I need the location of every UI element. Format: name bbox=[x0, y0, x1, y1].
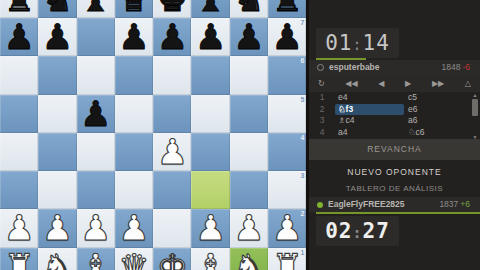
square-a2[interactable]: ♟ bbox=[0, 209, 38, 247]
square-b3[interactable] bbox=[38, 171, 76, 209]
player-time-bar bbox=[316, 212, 480, 214]
black-king: ♚ bbox=[153, 0, 191, 18]
white-pawn: ♟ bbox=[115, 209, 153, 247]
move-white-1[interactable]: e4 bbox=[338, 92, 404, 104]
square-e2[interactable] bbox=[153, 209, 191, 247]
white-pawn: ♟ bbox=[77, 209, 115, 247]
square-e1[interactable]: ♚ bbox=[153, 248, 191, 270]
square-g2[interactable]: ♟ bbox=[230, 209, 268, 247]
square-c4[interactable] bbox=[77, 133, 115, 171]
opponent-player-row[interactable]: esputerbabe 1848-6 bbox=[309, 60, 480, 75]
square-f7[interactable]: ♟ bbox=[191, 18, 229, 56]
first-move-icon[interactable]: ◀◀ bbox=[345, 75, 357, 92]
square-a5[interactable] bbox=[0, 95, 38, 133]
move-white-3[interactable]: ♗c4 bbox=[338, 115, 404, 127]
game-side-panel: 01:14 esputerbabe 1848-6 ↻◀◀◀▶▶▶△ 1e4c52… bbox=[309, 0, 480, 270]
square-c3[interactable] bbox=[77, 171, 115, 209]
move-white-4[interactable]: a4 bbox=[338, 127, 404, 139]
square-b6[interactable] bbox=[38, 56, 76, 94]
player-clock-minutes: 02 bbox=[325, 219, 352, 243]
square-f5[interactable] bbox=[191, 95, 229, 133]
square-g7[interactable]: ♟ bbox=[230, 18, 268, 56]
square-b7[interactable]: ♟ bbox=[38, 18, 76, 56]
square-g1[interactable]: ♞ bbox=[230, 248, 268, 270]
scrollbar-thumb[interactable] bbox=[472, 99, 478, 116]
rank-coordinate-2: 2 bbox=[300, 210, 304, 218]
white-pawn: ♟ bbox=[230, 209, 268, 247]
black-knight: ♞ bbox=[38, 0, 76, 18]
square-c7[interactable] bbox=[77, 18, 115, 56]
black-pawn: ♟ bbox=[77, 95, 115, 133]
square-g6[interactable] bbox=[230, 56, 268, 94]
move-black-1[interactable]: c5 bbox=[408, 92, 468, 104]
online-status-icon bbox=[317, 202, 323, 208]
square-h8[interactable]: ♜ bbox=[268, 0, 306, 18]
square-h4[interactable]: 4 bbox=[268, 133, 306, 171]
square-f3[interactable] bbox=[191, 171, 229, 209]
square-h6[interactable]: 6 bbox=[268, 56, 306, 94]
square-c2[interactable]: ♟ bbox=[77, 209, 115, 247]
offline-status-icon bbox=[317, 64, 324, 71]
flip-board-icon[interactable]: ↻ bbox=[318, 75, 325, 92]
white-rook: ♜ bbox=[0, 248, 38, 270]
player-clock-seconds: 27 bbox=[363, 219, 390, 243]
square-a3[interactable] bbox=[0, 171, 38, 209]
black-rook: ♜ bbox=[268, 0, 306, 18]
square-h1[interactable]: ♜1 bbox=[268, 248, 306, 270]
white-pawn: ♟ bbox=[191, 209, 229, 247]
white-bishop: ♝ bbox=[77, 248, 115, 270]
square-a4[interactable] bbox=[0, 133, 38, 171]
player-row[interactable]: EagleFlyFREE2825 1837+6 bbox=[309, 197, 480, 212]
square-a6[interactable] bbox=[0, 56, 38, 94]
white-knight: ♞ bbox=[38, 248, 76, 270]
square-g8[interactable]: ♞ bbox=[230, 0, 268, 18]
move-black-2[interactable]: e6 bbox=[408, 104, 468, 116]
opponent-clock: 01:14 bbox=[316, 28, 399, 58]
app-window: ♜♞♝♛♚♝♞♜♟♟♟♟♟♟♟76♟5♟43♟♟♟♟♟♟♟2♜♞♝♛♚♝♞♜1 … bbox=[0, 0, 480, 270]
last-move-icon[interactable]: ▶▶ bbox=[432, 75, 444, 92]
square-f4[interactable] bbox=[191, 133, 229, 171]
square-c6[interactable] bbox=[77, 56, 115, 94]
black-pawn: ♟ bbox=[115, 18, 153, 56]
black-pawn: ♟ bbox=[38, 18, 76, 56]
white-pawn: ♟ bbox=[153, 133, 191, 171]
move-number: 1 bbox=[315, 92, 329, 104]
square-g3[interactable] bbox=[230, 171, 268, 209]
move-list-scrollbar[interactable]: ▲ ▼ bbox=[471, 92, 479, 140]
move-black-3[interactable]: a6 bbox=[408, 115, 468, 127]
square-h3[interactable]: 3 bbox=[268, 171, 306, 209]
analysis-icon[interactable]: △ bbox=[465, 75, 471, 92]
square-d5[interactable] bbox=[115, 95, 153, 133]
opponent-name[interactable]: esputerbabe bbox=[329, 62, 380, 72]
black-bishop: ♝ bbox=[191, 0, 229, 18]
black-pawn: ♟ bbox=[153, 18, 191, 56]
square-d2[interactable]: ♟ bbox=[115, 209, 153, 247]
move-row-4: 4a4♘c6 bbox=[309, 127, 469, 139]
rank-coordinate-6: 6 bbox=[300, 57, 304, 65]
square-h7[interactable]: ♟7 bbox=[268, 18, 306, 56]
rematch-button[interactable]: REVANCHA bbox=[309, 139, 480, 160]
square-e5[interactable] bbox=[153, 95, 191, 133]
square-b1[interactable]: ♞ bbox=[38, 248, 76, 270]
square-d7[interactable]: ♟ bbox=[115, 18, 153, 56]
player-rating: 1837+6 bbox=[439, 197, 470, 212]
replay-toolbar: ↻◀◀◀▶▶▶△ bbox=[309, 75, 480, 92]
rank-coordinate-5: 5 bbox=[300, 96, 304, 104]
move-white-2[interactable]: ♘f3 bbox=[335, 104, 404, 116]
white-king: ♚ bbox=[153, 248, 191, 270]
rank-coordinate-7: 7 bbox=[300, 19, 304, 27]
square-e4[interactable]: ♟ bbox=[153, 133, 191, 171]
opponent-clock-minutes: 01 bbox=[325, 31, 352, 55]
square-f1[interactable]: ♝ bbox=[191, 248, 229, 270]
move-number: 3 bbox=[315, 115, 329, 127]
black-bishop: ♝ bbox=[77, 0, 115, 18]
next-move-icon[interactable]: ▶ bbox=[405, 75, 411, 92]
rank-coordinate-3: 3 bbox=[300, 172, 304, 180]
square-e3[interactable] bbox=[153, 171, 191, 209]
chess-board: ♜♞♝♛♚♝♞♜♟♟♟♟♟♟♟76♟5♟43♟♟♟♟♟♟♟2♜♞♝♛♚♝♞♜1 bbox=[0, 0, 306, 270]
black-rook: ♜ bbox=[0, 0, 38, 18]
black-queen: ♛ bbox=[115, 0, 153, 18]
move-row-2: 2♘f3e6 bbox=[309, 104, 469, 116]
move-number: 2 bbox=[315, 104, 329, 116]
square-c5[interactable]: ♟ bbox=[77, 95, 115, 133]
square-e6[interactable] bbox=[153, 56, 191, 94]
square-b2[interactable]: ♟ bbox=[38, 209, 76, 247]
square-h2[interactable]: ♟2 bbox=[268, 209, 306, 247]
new-opponent-button[interactable]: NUEVO OPONENTE bbox=[309, 164, 480, 180]
square-a8[interactable]: ♜ bbox=[0, 0, 38, 18]
square-f2[interactable]: ♟ bbox=[191, 209, 229, 247]
square-g4[interactable] bbox=[230, 133, 268, 171]
square-d8[interactable]: ♛ bbox=[115, 0, 153, 18]
square-e7[interactable]: ♟ bbox=[153, 18, 191, 56]
square-h5[interactable]: 5 bbox=[268, 95, 306, 133]
black-knight: ♞ bbox=[230, 0, 268, 18]
move-number: 4 bbox=[315, 127, 329, 139]
rank-coordinate-1: 1 bbox=[300, 249, 304, 257]
square-c8[interactable]: ♝ bbox=[77, 0, 115, 18]
white-pawn: ♟ bbox=[0, 209, 38, 247]
move-row-1: 1e4c5 bbox=[309, 92, 469, 104]
square-b8[interactable]: ♞ bbox=[38, 0, 76, 18]
player-clock: 02:27 bbox=[316, 216, 399, 246]
square-d3[interactable] bbox=[115, 171, 153, 209]
square-f6[interactable] bbox=[191, 56, 229, 94]
player-name[interactable]: EagleFlyFREE2825 bbox=[328, 199, 405, 209]
square-d6[interactable] bbox=[115, 56, 153, 94]
black-pawn: ♟ bbox=[230, 18, 268, 56]
opponent-rating-change: -6 bbox=[462, 62, 470, 72]
move-row-3: 3♗c4a6 bbox=[309, 115, 469, 127]
black-pawn: ♟ bbox=[0, 18, 38, 56]
square-b5[interactable] bbox=[38, 95, 76, 133]
square-a7[interactable]: ♟ bbox=[0, 18, 38, 56]
square-f8[interactable]: ♝ bbox=[191, 0, 229, 18]
rank-coordinate-4: 4 bbox=[300, 134, 304, 142]
player-rating-change: +6 bbox=[460, 199, 470, 209]
move-black-4[interactable]: ♘c6 bbox=[408, 127, 468, 139]
square-d4[interactable] bbox=[115, 133, 153, 171]
scroll-up-icon[interactable]: ▲ bbox=[471, 92, 479, 98]
opponent-rating: 1848-6 bbox=[442, 60, 470, 75]
square-c1[interactable]: ♝ bbox=[77, 248, 115, 270]
analysis-board-button[interactable]: TABLERO DE ANÁLISIS bbox=[309, 182, 480, 196]
white-pawn: ♟ bbox=[38, 209, 76, 247]
white-bishop: ♝ bbox=[191, 248, 229, 270]
previous-move-icon[interactable]: ◀ bbox=[378, 75, 384, 92]
square-d1[interactable]: ♛ bbox=[115, 248, 153, 270]
square-g5[interactable] bbox=[230, 95, 268, 133]
square-a1[interactable]: ♜ bbox=[0, 248, 38, 270]
clock-colon: : bbox=[352, 36, 362, 54]
clock-colon: : bbox=[352, 224, 362, 242]
square-e8[interactable]: ♚ bbox=[153, 0, 191, 18]
opponent-clock-seconds: 14 bbox=[363, 31, 390, 55]
move-list: 1e4c52♘f3e63♗c4a64a4♘c6 bbox=[309, 92, 480, 140]
square-b4[interactable] bbox=[38, 133, 76, 171]
white-queen: ♛ bbox=[115, 248, 153, 270]
black-pawn: ♟ bbox=[191, 18, 229, 56]
white-knight: ♞ bbox=[230, 248, 268, 270]
